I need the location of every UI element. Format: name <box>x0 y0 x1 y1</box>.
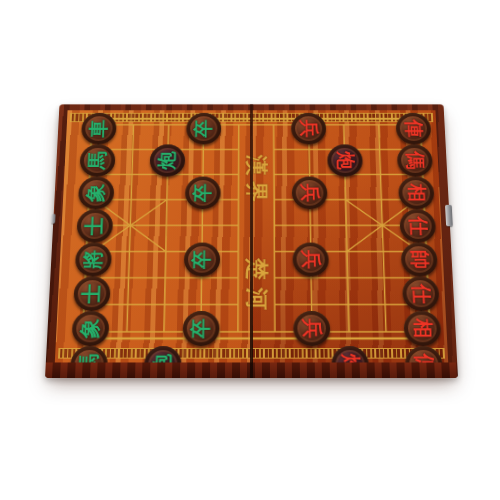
board-point <box>183 276 220 311</box>
board-point <box>293 276 330 311</box>
piece-red-elephant[interactable]: 相 <box>404 311 442 346</box>
piece-character: 卒 <box>193 183 213 202</box>
board-point: 炮 <box>331 346 369 363</box>
piece-red-soldier[interactable]: 兵 <box>293 311 330 346</box>
piece-red-soldier[interactable]: 兵 <box>293 242 329 276</box>
piece-red-soldier[interactable]: 兵 <box>292 176 328 209</box>
board-point <box>328 209 365 242</box>
board-point <box>256 276 293 311</box>
piece-character: 卒 <box>190 318 211 338</box>
piece-green-chariot[interactable]: 車 <box>80 112 116 144</box>
board-point: 俥 <box>396 112 432 144</box>
piece-character: 兵 <box>300 183 320 202</box>
piece-green-horse[interactable]: 馬 <box>69 346 107 363</box>
board-point <box>115 112 151 144</box>
board-point <box>362 144 398 176</box>
board-point <box>364 209 401 242</box>
piece-character: 象 <box>85 183 106 202</box>
board-point <box>256 242 293 276</box>
board-point <box>107 346 145 363</box>
board-point: 象 <box>77 176 114 209</box>
board-point <box>151 112 187 144</box>
board-point <box>329 242 366 276</box>
board-point <box>292 209 328 242</box>
board-point: 相 <box>404 311 443 346</box>
piece-red-elephant[interactable]: 相 <box>398 176 435 209</box>
board-point: 傌 <box>397 144 434 176</box>
piece-character: 炮 <box>339 353 360 362</box>
board-point <box>329 276 366 311</box>
board-point: 卒 <box>182 311 219 346</box>
board-point: 仕 <box>400 209 437 242</box>
piece-character: 兵 <box>301 318 322 338</box>
piece-red-general[interactable]: 帥 <box>401 242 438 276</box>
piece-character: 俥 <box>404 119 424 137</box>
piece-green-general[interactable]: 將 <box>74 242 111 276</box>
board-point: 卒 <box>185 176 221 209</box>
board-point <box>146 276 183 311</box>
piece-green-elephant[interactable]: 象 <box>77 176 114 209</box>
board-point <box>108 311 146 346</box>
piece-red-advisor[interactable]: 仕 <box>402 276 440 311</box>
board-point <box>327 176 363 209</box>
board-point: 兵 <box>292 242 329 276</box>
piece-red-horse[interactable]: 傌 <box>405 346 443 363</box>
piece-character: 炮 <box>334 151 354 169</box>
metal-hinge-pin <box>51 214 55 224</box>
board-point <box>330 311 368 346</box>
board-point <box>148 209 185 242</box>
piece-green-advisor[interactable]: 士 <box>73 276 111 311</box>
piece-character: 帥 <box>409 249 430 268</box>
piece-green-soldier[interactable]: 卒 <box>185 176 221 209</box>
board-point: 仕 <box>402 276 440 311</box>
board-point <box>149 176 185 209</box>
piece-red-cannon[interactable]: 炮 <box>331 346 369 363</box>
board-point: 相 <box>398 176 435 209</box>
board-point: 帥 <box>401 242 439 276</box>
board-point: 兵 <box>291 112 327 144</box>
board-point <box>256 311 293 346</box>
board-point: 將 <box>74 242 112 276</box>
metal-clasp-latch[interactable] <box>445 205 453 226</box>
board-point: 傌 <box>405 346 444 363</box>
piece-green-soldier[interactable]: 卒 <box>182 311 219 346</box>
piece-character: 馬 <box>78 353 100 362</box>
product-photo-background: 漢 界 楚 河 車卒兵俥馬炮炮傌象卒兵相士仕將卒兵帥士仕象卒兵相馬炮炮傌車卒兵俥 <box>0 0 500 500</box>
board-point <box>256 346 294 363</box>
piece-character: 將 <box>82 249 103 268</box>
piece-green-soldier[interactable]: 卒 <box>186 112 221 144</box>
piece-red-cannon[interactable]: 炮 <box>327 144 363 176</box>
piece-character: 相 <box>412 318 434 338</box>
board-point <box>368 346 407 363</box>
piece-green-horse[interactable]: 馬 <box>79 144 115 176</box>
board-point <box>256 209 292 242</box>
board-point <box>256 176 292 209</box>
piece-character: 傌 <box>413 353 435 362</box>
piece-character: 相 <box>406 183 427 202</box>
board-point: 士 <box>72 276 110 311</box>
piece-character: 仕 <box>408 216 429 235</box>
board-point: 炮 <box>327 144 363 176</box>
board-point: 馬 <box>69 346 108 363</box>
board-point <box>114 144 150 176</box>
piece-green-elephant[interactable]: 象 <box>71 311 109 346</box>
board-point: 馬 <box>79 144 116 176</box>
piece-character: 卒 <box>192 249 213 268</box>
board-point <box>147 242 184 276</box>
piece-red-advisor[interactable]: 仕 <box>400 209 437 242</box>
piece-character: 士 <box>84 216 105 235</box>
board-point <box>363 176 400 209</box>
board-point: 炮 <box>150 144 186 176</box>
board-point <box>112 209 149 242</box>
piece-character: 象 <box>79 318 101 338</box>
piece-grid: 車卒兵俥馬炮炮傌象卒兵相士仕將卒兵帥士仕象卒兵相馬炮炮傌車卒兵俥 <box>71 112 442 345</box>
board-point: 象 <box>71 311 109 346</box>
board-point <box>365 242 402 276</box>
piece-character: 炮 <box>152 353 173 362</box>
piece-green-cannon[interactable]: 炮 <box>150 144 186 176</box>
board-point <box>109 276 147 311</box>
board-point <box>361 112 397 144</box>
board-point <box>184 209 220 242</box>
board-point <box>185 144 221 176</box>
piece-character: 士 <box>81 283 102 303</box>
piece-red-chariot[interactable]: 俥 <box>396 112 432 144</box>
board-point: 士 <box>76 209 113 242</box>
piece-character: 馬 <box>87 151 108 169</box>
board-point <box>367 311 405 346</box>
piece-green-cannon[interactable]: 炮 <box>144 346 182 363</box>
board-point <box>256 112 291 144</box>
board-point: 兵 <box>292 176 328 209</box>
board-point <box>294 346 332 363</box>
piece-character: 炮 <box>158 151 178 169</box>
piece-character: 卒 <box>194 119 214 137</box>
piece-green-soldier[interactable]: 卒 <box>184 242 220 276</box>
board-point <box>291 144 327 176</box>
board-point <box>113 176 150 209</box>
board-point <box>366 276 404 311</box>
xiangqi-board: 漢 界 楚 河 車卒兵俥馬炮炮傌象卒兵相士仕將卒兵帥士仕象卒兵相馬炮炮傌車卒兵俥 <box>45 104 458 378</box>
board-point <box>145 311 183 346</box>
piece-red-horse[interactable]: 傌 <box>397 144 433 176</box>
board-point: 車 <box>80 112 116 144</box>
board-point <box>182 346 220 363</box>
piece-red-soldier[interactable]: 兵 <box>291 112 326 144</box>
board-point: 兵 <box>293 311 331 346</box>
board-point: 卒 <box>183 242 220 276</box>
piece-character: 兵 <box>300 249 321 268</box>
board-fold-hinge-line <box>250 104 253 378</box>
board-point <box>326 112 362 144</box>
board-point: 卒 <box>186 112 221 144</box>
piece-character: 傌 <box>405 151 426 169</box>
piece-character: 仕 <box>411 283 432 303</box>
piece-character: 兵 <box>299 119 319 137</box>
board-point <box>111 242 148 276</box>
board-point: 炮 <box>144 346 182 363</box>
board-point <box>256 144 292 176</box>
piece-character: 車 <box>88 119 108 137</box>
piece-green-advisor[interactable]: 士 <box>76 209 113 242</box>
